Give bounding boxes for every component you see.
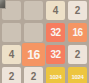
tile-1024: 1024 <box>46 67 65 83</box>
tile-16: 16 <box>22 43 45 66</box>
tile-4: 4 <box>2 45 21 64</box>
cropped-ui-fragment <box>0 0 6 9</box>
tile-2: 2 <box>24 67 43 83</box>
tile-4: 4 <box>46 1 65 20</box>
tile-32: 32 <box>46 45 65 64</box>
tile-16: 16 <box>68 23 87 42</box>
empty-cell <box>24 23 43 42</box>
tile-1024: 1024 <box>68 67 87 83</box>
tile-2: 2 <box>68 45 87 64</box>
empty-cell <box>24 1 43 20</box>
tile-2: 2 <box>68 1 87 20</box>
board-2048: 4232164163222210241024 <box>0 0 89 83</box>
tile-2: 2 <box>2 67 21 83</box>
empty-cell <box>2 23 21 42</box>
tile-32: 32 <box>46 23 65 42</box>
